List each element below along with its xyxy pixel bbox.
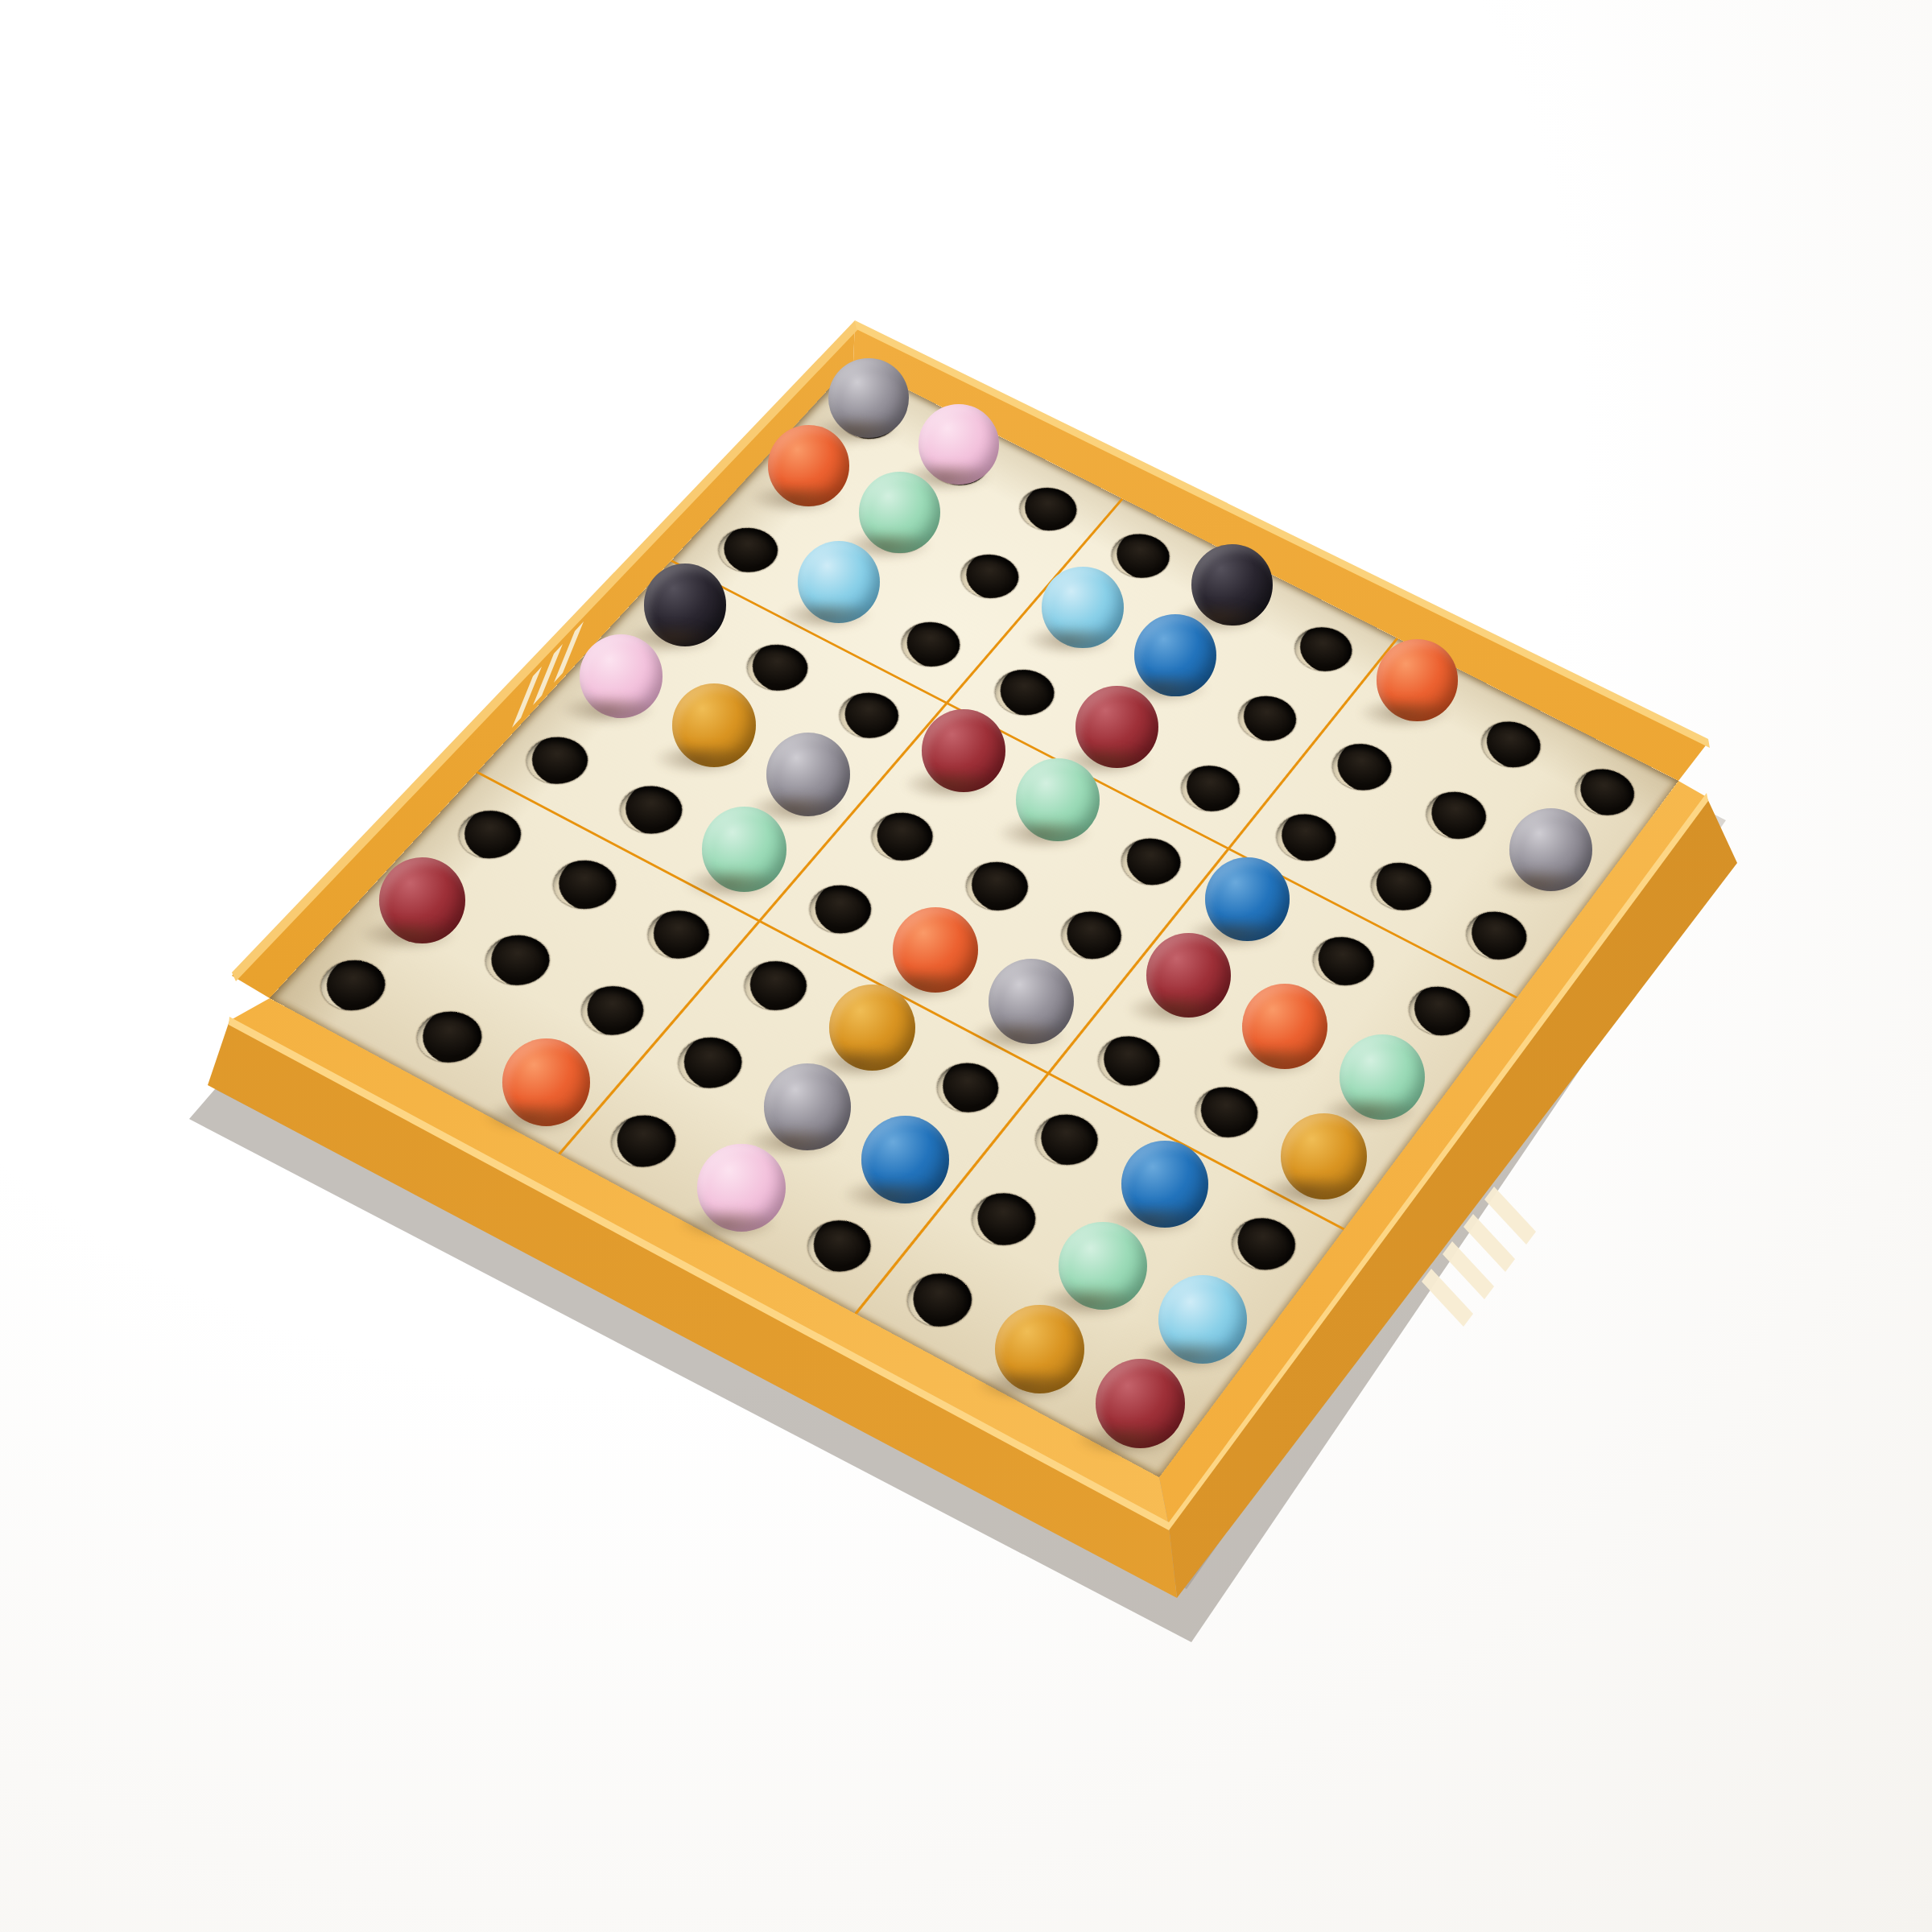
ball-silver-r5c3[interactable] [766,733,850,816]
ball-lightblue-r3c2[interactable] [798,541,880,623]
ball-orange-r1c7[interactable] [1377,639,1458,720]
ball-silver-r6c6[interactable] [989,959,1074,1044]
ball-blue-r4c7[interactable] [1205,857,1290,942]
ball-mustard-r6c9[interactable] [1281,1113,1367,1199]
ball-lightblue-r2c4[interactable] [1042,567,1124,649]
ball-mint-r6c3[interactable] [702,807,786,891]
ball-darkred-r9c9[interactable] [1096,1359,1185,1448]
ball-orange-r2c1[interactable] [768,425,849,506]
ball-black-r1c5[interactable] [1191,544,1273,625]
ball-blue-r2c5[interactable] [1134,614,1216,696]
ball-mustard-r9c8[interactable] [995,1305,1084,1394]
ball-blue-r8c6[interactable] [861,1116,949,1203]
ball-darkred-r4c4[interactable] [922,709,1005,793]
ball-blue-r7c8[interactable] [1121,1141,1208,1228]
ball-pink-r1c2[interactable] [919,404,999,485]
ball-pink-r5c1[interactable] [580,634,663,718]
ball-darkred-r3c5[interactable] [1075,686,1158,769]
balls-layer [0,0,1932,1932]
ball-mint-r4c5[interactable] [1016,758,1100,842]
ball-orange-r9c3[interactable] [502,1038,590,1126]
ball-mustard-r5c2[interactable] [672,683,756,767]
ball-silver-r2c9[interactable] [1509,808,1592,891]
ball-mint-r2c2[interactable] [859,472,940,553]
ball-orange-r5c8[interactable] [1242,984,1327,1069]
scene [0,0,1932,1932]
ball-darkred-r8c1[interactable] [379,857,465,943]
ball-pink-r9c5[interactable] [697,1144,786,1232]
ball-black-r4c1[interactable] [644,563,727,646]
ball-mustard-r7c5[interactable] [829,985,915,1071]
ball-darkred-r5c7[interactable] [1146,933,1232,1018]
ball-orange-r6c5[interactable] [893,907,978,993]
ball-silver-r1c1[interactable] [828,358,909,439]
ball-lightblue-r8c9[interactable] [1158,1275,1247,1364]
ball-silver-r8c5[interactable] [764,1063,851,1150]
ball-mint-r5c9[interactable] [1340,1034,1425,1120]
ball-mint-r8c8[interactable] [1059,1222,1146,1310]
